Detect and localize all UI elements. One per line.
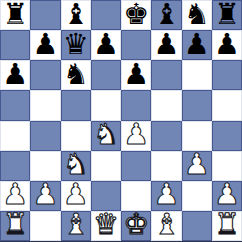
piece-white-king: ♚	[123, 210, 149, 239]
square-e2[interactable]	[121, 181, 151, 211]
piece-white-pawn: ♟	[63, 180, 89, 209]
square-e6[interactable]: ♟	[121, 60, 151, 90]
square-a8[interactable]: ♜	[0, 0, 30, 30]
square-e7[interactable]	[121, 30, 151, 60]
square-d3[interactable]	[91, 151, 121, 181]
piece-black-pawn: ♟	[214, 30, 240, 59]
square-f2[interactable]: ♟	[151, 181, 181, 211]
chess-board-window: ♜♝♚♝♞♜♟♛♟♟♟♟♟♞♟♞♟♞♟♟♟♟♟♟♜♝♛♚♝♜	[0, 0, 242, 242]
square-h2[interactable]: ♟	[212, 181, 242, 211]
piece-black-pawn: ♟	[32, 30, 58, 59]
square-d5[interactable]	[91, 90, 121, 120]
piece-white-pawn: ♟	[214, 180, 240, 209]
square-d7[interactable]: ♟	[91, 30, 121, 60]
piece-white-pawn: ♟	[123, 120, 149, 149]
square-b5[interactable]	[30, 90, 60, 120]
square-d4[interactable]: ♞	[91, 121, 121, 151]
piece-black-bishop: ♝	[63, 0, 89, 29]
square-g4[interactable]	[182, 121, 212, 151]
square-a5[interactable]	[0, 90, 30, 120]
square-h3[interactable]	[212, 151, 242, 181]
square-c5[interactable]	[61, 90, 91, 120]
square-c2[interactable]: ♟	[61, 181, 91, 211]
square-c4[interactable]	[61, 121, 91, 151]
square-a7[interactable]	[0, 30, 30, 60]
piece-black-pawn: ♟	[184, 30, 210, 59]
piece-white-pawn: ♟	[2, 180, 28, 209]
square-d6[interactable]	[91, 60, 121, 90]
square-e4[interactable]: ♟	[121, 121, 151, 151]
square-f5[interactable]	[151, 90, 181, 120]
square-g3[interactable]: ♟	[182, 151, 212, 181]
square-g7[interactable]: ♟	[182, 30, 212, 60]
square-h8[interactable]: ♜	[212, 0, 242, 30]
square-a2[interactable]: ♟	[0, 181, 30, 211]
piece-black-pawn: ♟	[153, 30, 179, 59]
piece-white-pawn: ♟	[153, 180, 179, 209]
square-h4[interactable]	[212, 121, 242, 151]
square-c3[interactable]: ♞	[61, 151, 91, 181]
square-b2[interactable]: ♟	[30, 181, 60, 211]
square-b8[interactable]	[30, 0, 60, 30]
piece-white-pawn: ♟	[184, 150, 210, 179]
square-h7[interactable]: ♟	[212, 30, 242, 60]
square-g2[interactable]	[182, 181, 212, 211]
square-c1[interactable]: ♝	[61, 211, 91, 241]
square-a6[interactable]: ♟	[0, 60, 30, 90]
square-g8[interactable]: ♞	[182, 0, 212, 30]
square-c8[interactable]: ♝	[61, 0, 91, 30]
square-g5[interactable]	[182, 90, 212, 120]
square-d2[interactable]	[91, 181, 121, 211]
chess-board: ♜♝♚♝♞♜♟♛♟♟♟♟♟♞♟♞♟♞♟♟♟♟♟♟♜♝♛♚♝♜	[0, 0, 242, 242]
square-f1[interactable]: ♝	[151, 211, 181, 241]
square-h5[interactable]	[212, 90, 242, 120]
piece-black-rook: ♜	[2, 0, 28, 29]
square-f7[interactable]: ♟	[151, 30, 181, 60]
square-h6[interactable]	[212, 60, 242, 90]
square-e8[interactable]: ♚	[121, 0, 151, 30]
piece-black-knight: ♞	[184, 0, 210, 29]
piece-white-knight: ♞	[63, 150, 89, 179]
square-e5[interactable]	[121, 90, 151, 120]
square-f8[interactable]: ♝	[151, 0, 181, 30]
square-d8[interactable]	[91, 0, 121, 30]
square-c6[interactable]: ♞	[61, 60, 91, 90]
piece-black-king: ♚	[123, 0, 149, 29]
square-b1[interactable]	[30, 211, 60, 241]
piece-white-pawn: ♟	[32, 180, 58, 209]
square-b7[interactable]: ♟	[30, 30, 60, 60]
piece-white-knight: ♞	[93, 120, 119, 149]
square-b4[interactable]	[30, 121, 60, 151]
piece-black-rook: ♜	[214, 0, 240, 29]
piece-white-rook: ♜	[2, 210, 28, 239]
piece-black-bishop: ♝	[153, 0, 179, 29]
square-f4[interactable]	[151, 121, 181, 151]
square-e3[interactable]	[121, 151, 151, 181]
piece-black-pawn: ♟	[93, 30, 119, 59]
piece-white-bishop: ♝	[63, 210, 89, 239]
square-g1[interactable]	[182, 211, 212, 241]
square-e1[interactable]: ♚	[121, 211, 151, 241]
square-a3[interactable]	[0, 151, 30, 181]
square-a4[interactable]	[0, 121, 30, 151]
square-f3[interactable]	[151, 151, 181, 181]
square-c7[interactable]: ♛	[61, 30, 91, 60]
square-b3[interactable]	[30, 151, 60, 181]
piece-black-pawn: ♟	[2, 60, 28, 89]
square-a1[interactable]: ♜	[0, 211, 30, 241]
piece-black-knight: ♞	[63, 60, 89, 89]
piece-black-queen: ♛	[63, 30, 89, 59]
square-h1[interactable]: ♜	[212, 211, 242, 241]
square-b6[interactable]	[30, 60, 60, 90]
square-g6[interactable]	[182, 60, 212, 90]
piece-white-rook: ♜	[214, 210, 240, 239]
piece-black-pawn: ♟	[123, 60, 149, 89]
piece-white-bishop: ♝	[153, 210, 179, 239]
piece-white-queen: ♛	[93, 210, 119, 239]
square-d1[interactable]: ♛	[91, 211, 121, 241]
square-f6[interactable]	[151, 60, 181, 90]
